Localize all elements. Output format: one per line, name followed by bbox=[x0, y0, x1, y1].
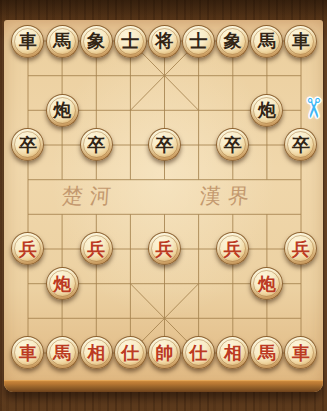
piece-black-soldier-i[interactable]: 卒 bbox=[284, 128, 317, 161]
piece-red-advisor-f[interactable]: 仕 bbox=[182, 336, 215, 369]
piece-glyph: 炮 bbox=[53, 101, 71, 119]
piece-black-soldier-g[interactable]: 卒 bbox=[216, 128, 249, 161]
piece-red-soldier-a[interactable]: 兵 bbox=[11, 232, 44, 265]
piece-black-chariot-i[interactable]: 車 bbox=[284, 25, 317, 58]
piece-red-chariot-i[interactable]: 車 bbox=[284, 336, 317, 369]
piece-red-elephant-g[interactable]: 相 bbox=[216, 336, 249, 369]
piece-black-soldier-c[interactable]: 卒 bbox=[80, 128, 113, 161]
piece-red-soldier-i[interactable]: 兵 bbox=[284, 232, 317, 265]
piece-glyph: 仕 bbox=[190, 343, 208, 361]
piece-glyph: 帥 bbox=[155, 343, 173, 361]
piece-glyph: 馬 bbox=[258, 343, 276, 361]
piece-black-soldier-e[interactable]: 卒 bbox=[148, 128, 181, 161]
piece-black-horse-b[interactable]: 馬 bbox=[46, 25, 79, 58]
piece-black-soldier-a[interactable]: 卒 bbox=[11, 128, 44, 161]
piece-red-soldier-e[interactable]: 兵 bbox=[148, 232, 181, 265]
piece-glyph: 炮 bbox=[53, 274, 71, 292]
piece-red-horse-h[interactable]: 馬 bbox=[250, 336, 283, 369]
piece-glyph: 士 bbox=[190, 32, 208, 50]
piece-glyph: 馬 bbox=[258, 32, 276, 50]
piece-glyph: 将 bbox=[155, 32, 173, 50]
piece-glyph: 兵 bbox=[19, 239, 37, 257]
piece-glyph: 卒 bbox=[155, 135, 173, 153]
xiangqi-board[interactable]: 楚河 漢界 車馬象士将士象馬車炮炮卒卒卒卒卒兵兵兵兵兵炮炮車馬相仕帥仕相馬車 bbox=[4, 20, 323, 392]
piece-glyph: 仕 bbox=[121, 343, 139, 361]
piece-black-elephant-g[interactable]: 象 bbox=[216, 25, 249, 58]
piece-glyph: 卒 bbox=[87, 135, 105, 153]
piece-glyph: 馬 bbox=[53, 343, 71, 361]
piece-black-elephant-c[interactable]: 象 bbox=[80, 25, 113, 58]
piece-glyph: 炮 bbox=[258, 101, 276, 119]
piece-glyph: 卒 bbox=[292, 135, 310, 153]
piece-glyph: 士 bbox=[121, 32, 139, 50]
piece-glyph: 馬 bbox=[53, 32, 71, 50]
piece-red-general[interactable]: 帥 bbox=[148, 336, 181, 369]
piece-glyph: 兵 bbox=[87, 239, 105, 257]
piece-red-horse-b[interactable]: 馬 bbox=[46, 336, 79, 369]
piece-red-elephant-c[interactable]: 相 bbox=[80, 336, 113, 369]
piece-glyph: 卒 bbox=[224, 135, 242, 153]
piece-glyph: 兵 bbox=[224, 239, 242, 257]
piece-black-general[interactable]: 将 bbox=[148, 25, 181, 58]
piece-glyph: 卒 bbox=[19, 135, 37, 153]
piece-red-cannon-h[interactable]: 炮 bbox=[250, 267, 283, 300]
piece-glyph: 車 bbox=[19, 343, 37, 361]
piece-glyph: 象 bbox=[224, 32, 242, 50]
piece-glyph: 車 bbox=[19, 32, 37, 50]
piece-glyph: 車 bbox=[292, 32, 310, 50]
piece-glyph: 炮 bbox=[258, 274, 276, 292]
piece-red-cannon-b[interactable]: 炮 bbox=[46, 267, 79, 300]
piece-glyph: 相 bbox=[224, 343, 242, 361]
piece-black-cannon-h[interactable]: 炮 bbox=[250, 94, 283, 127]
piece-glyph: 兵 bbox=[292, 239, 310, 257]
piece-glyph: 相 bbox=[87, 343, 105, 361]
piece-glyph: 兵 bbox=[155, 239, 173, 257]
piece-red-soldier-g[interactable]: 兵 bbox=[216, 232, 249, 265]
piece-black-chariot-a[interactable]: 車 bbox=[11, 25, 44, 58]
piece-black-advisor-d[interactable]: 士 bbox=[114, 25, 147, 58]
piece-black-cannon-b[interactable]: 炮 bbox=[46, 94, 79, 127]
piece-black-horse-h[interactable]: 馬 bbox=[250, 25, 283, 58]
piece-glyph: 車 bbox=[292, 343, 310, 361]
board-grid[interactable]: 車馬象士将士象馬車炮炮卒卒卒卒卒兵兵兵兵兵炮炮車馬相仕帥仕相馬車 bbox=[11, 24, 318, 371]
piece-red-soldier-c[interactable]: 兵 bbox=[80, 232, 113, 265]
piece-black-advisor-f[interactable]: 士 bbox=[182, 25, 215, 58]
xiangqi-app: 楚河 漢界 車馬象士将士象馬車炮炮卒卒卒卒卒兵兵兵兵兵炮炮車馬相仕帥仕相馬車 ✂ bbox=[0, 0, 327, 411]
piece-red-chariot-a[interactable]: 車 bbox=[11, 336, 44, 369]
piece-red-advisor-d[interactable]: 仕 bbox=[114, 336, 147, 369]
piece-glyph: 象 bbox=[87, 32, 105, 50]
